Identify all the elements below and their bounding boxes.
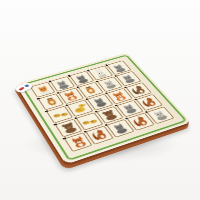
logo-mark-red — [18, 87, 24, 91]
photo-background — [0, 0, 200, 200]
logo-mark-blue — [24, 84, 29, 87]
